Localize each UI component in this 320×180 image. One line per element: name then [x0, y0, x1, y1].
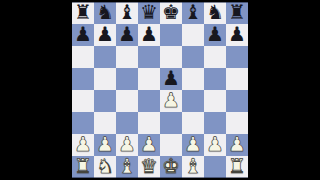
square-g3[interactable] — [204, 112, 226, 134]
chess-board: ♜♞♝♛♚♝♞♜♟♟♟♟♟♟♟♟♟♟♟♟♟♟♟♜♞♝♛♚♝♜ — [72, 2, 248, 178]
black-rook-h8: ♜ — [228, 2, 246, 23]
video-frame: ♜♞♝♛♚♝♞♜♟♟♟♟♟♟♟♟♟♟♟♟♟♟♟♜♞♝♛♚♝♜ — [0, 0, 320, 180]
square-g1[interactable] — [204, 156, 226, 178]
white-king-e1: ♚ — [162, 156, 180, 177]
square-c7[interactable]: ♟ — [116, 24, 138, 46]
square-e8[interactable]: ♚ — [160, 2, 182, 24]
square-a3[interactable] — [72, 112, 94, 134]
black-knight-b8: ♞ — [96, 2, 114, 23]
square-a4[interactable] — [72, 90, 94, 112]
square-d4[interactable] — [138, 90, 160, 112]
square-e3[interactable] — [160, 112, 182, 134]
square-f2[interactable]: ♟ — [182, 134, 204, 156]
black-pawn-c7: ♟ — [118, 24, 136, 45]
black-bishop-f8: ♝ — [184, 2, 202, 23]
square-a5[interactable] — [72, 68, 94, 90]
square-c4[interactable] — [116, 90, 138, 112]
square-g2[interactable]: ♟ — [204, 134, 226, 156]
black-pawn-b7: ♟ — [96, 24, 114, 45]
square-a6[interactable] — [72, 46, 94, 68]
square-c8[interactable]: ♝ — [116, 2, 138, 24]
white-pawn-a2: ♟ — [74, 134, 92, 155]
black-pawn-e5: ♟ — [162, 68, 180, 89]
square-f4[interactable] — [182, 90, 204, 112]
square-d5[interactable] — [138, 68, 160, 90]
white-rook-a1: ♜ — [74, 156, 92, 177]
square-a1[interactable]: ♜ — [72, 156, 94, 178]
square-h6[interactable] — [226, 46, 248, 68]
black-pawn-h7: ♟ — [228, 24, 246, 45]
white-queen-d1: ♛ — [140, 156, 158, 177]
square-g8[interactable]: ♞ — [204, 2, 226, 24]
black-pawn-a7: ♟ — [74, 24, 92, 45]
white-pawn-h2: ♟ — [228, 134, 246, 155]
square-h2[interactable]: ♟ — [226, 134, 248, 156]
square-d6[interactable] — [138, 46, 160, 68]
square-b4[interactable] — [94, 90, 116, 112]
square-g5[interactable] — [204, 68, 226, 90]
square-d8[interactable]: ♛ — [138, 2, 160, 24]
square-a7[interactable]: ♟ — [72, 24, 94, 46]
square-e1[interactable]: ♚ — [160, 156, 182, 178]
white-rook-h1: ♜ — [228, 156, 246, 177]
black-rook-a8: ♜ — [74, 2, 92, 23]
square-h4[interactable] — [226, 90, 248, 112]
white-bishop-f1: ♝ — [184, 156, 202, 177]
square-f7[interactable] — [182, 24, 204, 46]
square-b3[interactable] — [94, 112, 116, 134]
square-f5[interactable] — [182, 68, 204, 90]
white-bishop-c1: ♝ — [118, 156, 136, 177]
square-c6[interactable] — [116, 46, 138, 68]
square-h5[interactable] — [226, 68, 248, 90]
square-g7[interactable]: ♟ — [204, 24, 226, 46]
square-a2[interactable]: ♟ — [72, 134, 94, 156]
square-b6[interactable] — [94, 46, 116, 68]
square-f8[interactable]: ♝ — [182, 2, 204, 24]
black-bishop-c8: ♝ — [118, 2, 136, 23]
square-b8[interactable]: ♞ — [94, 2, 116, 24]
black-pawn-d7: ♟ — [140, 24, 158, 45]
square-c2[interactable]: ♟ — [116, 134, 138, 156]
square-g4[interactable] — [204, 90, 226, 112]
white-pawn-c2: ♟ — [118, 134, 136, 155]
black-pawn-g7: ♟ — [206, 24, 224, 45]
square-d2[interactable]: ♟ — [138, 134, 160, 156]
square-b1[interactable]: ♞ — [94, 156, 116, 178]
square-b7[interactable]: ♟ — [94, 24, 116, 46]
white-knight-b1: ♞ — [96, 156, 114, 177]
square-d3[interactable] — [138, 112, 160, 134]
square-f1[interactable]: ♝ — [182, 156, 204, 178]
square-e7[interactable] — [160, 24, 182, 46]
black-queen-d8: ♛ — [140, 2, 158, 23]
white-pawn-b2: ♟ — [96, 134, 114, 155]
square-c5[interactable] — [116, 68, 138, 90]
square-h7[interactable]: ♟ — [226, 24, 248, 46]
square-g6[interactable] — [204, 46, 226, 68]
square-e4[interactable]: ♟ — [160, 90, 182, 112]
white-pawn-d2: ♟ — [140, 134, 158, 155]
white-pawn-g2: ♟ — [206, 134, 224, 155]
square-h1[interactable]: ♜ — [226, 156, 248, 178]
square-d1[interactable]: ♛ — [138, 156, 160, 178]
square-h3[interactable] — [226, 112, 248, 134]
square-f6[interactable] — [182, 46, 204, 68]
black-knight-g8: ♞ — [206, 2, 224, 23]
square-f3[interactable] — [182, 112, 204, 134]
square-b2[interactable]: ♟ — [94, 134, 116, 156]
square-c3[interactable] — [116, 112, 138, 134]
square-c1[interactable]: ♝ — [116, 156, 138, 178]
square-h8[interactable]: ♜ — [226, 2, 248, 24]
square-e5[interactable]: ♟ — [160, 68, 182, 90]
black-king-e8: ♚ — [162, 2, 180, 23]
square-e2[interactable] — [160, 134, 182, 156]
white-pawn-e4: ♟ — [162, 90, 180, 111]
square-e6[interactable] — [160, 46, 182, 68]
white-pawn-f2: ♟ — [184, 134, 202, 155]
square-d7[interactable]: ♟ — [138, 24, 160, 46]
square-b5[interactable] — [94, 68, 116, 90]
square-a8[interactable]: ♜ — [72, 2, 94, 24]
